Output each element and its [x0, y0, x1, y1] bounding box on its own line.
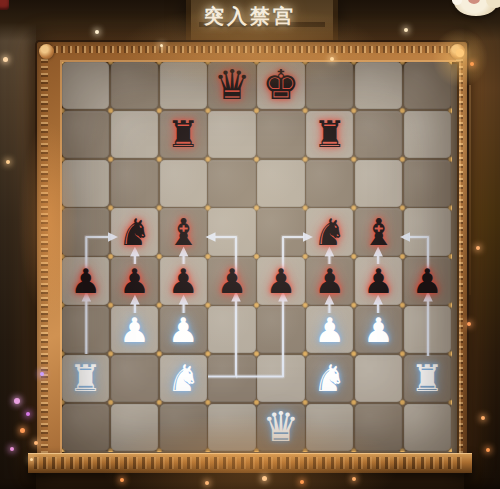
- square-g5[interactable]: ♝: [355, 208, 402, 255]
- square-f7[interactable]: ♜: [306, 111, 353, 158]
- square-h6[interactable]: [404, 160, 451, 207]
- square-f4[interactable]: ♟: [306, 257, 353, 304]
- white-pawn[interactable]: ♟: [363, 313, 393, 347]
- square-e3[interactable]: [257, 306, 304, 353]
- square-g3[interactable]: ♟: [355, 306, 402, 353]
- square-b8[interactable]: [111, 62, 158, 109]
- square-d4[interactable]: ♟: [208, 257, 255, 304]
- square-b5[interactable]: ♞: [111, 208, 158, 255]
- square-h4[interactable]: ♟: [404, 257, 451, 304]
- square-g7[interactable]: [355, 111, 402, 158]
- square-b2[interactable]: [111, 355, 158, 402]
- square-c3[interactable]: ♟: [160, 306, 207, 353]
- square-h2[interactable]: ♜: [404, 355, 451, 402]
- square-b1[interactable]: [111, 404, 158, 451]
- square-f6[interactable]: [306, 160, 353, 207]
- level-title: 突入禁宫: [0, 3, 500, 30]
- square-c4[interactable]: ♟: [160, 257, 207, 304]
- square-a6[interactable]: [62, 160, 109, 207]
- square-e1[interactable]: ♛: [257, 404, 304, 451]
- square-h7[interactable]: [404, 111, 451, 158]
- character-sprite: [444, 0, 500, 20]
- square-a1[interactable]: [62, 404, 109, 451]
- black-pawn[interactable]: ♟: [70, 264, 100, 298]
- square-c8[interactable]: [160, 62, 207, 109]
- square-c2[interactable]: ♞: [160, 355, 207, 402]
- game-screen: 突入禁宫 ♛♚♜♜♞♝♞♝♟♟♟♟♟♟♟♟♟♟♟♟♜♞♞♜♛: [0, 0, 500, 489]
- square-e5[interactable]: [257, 208, 304, 255]
- square-e4[interactable]: ♟: [257, 257, 304, 304]
- square-e6[interactable]: [257, 160, 304, 207]
- square-e7[interactable]: [257, 111, 304, 158]
- black-pawn[interactable]: ♟: [119, 264, 149, 298]
- black-pawn[interactable]: ♟: [217, 264, 247, 298]
- square-a8[interactable]: [62, 62, 109, 109]
- square-b4[interactable]: ♟: [111, 257, 158, 304]
- black-knight[interactable]: ♞: [118, 214, 151, 251]
- top-bar: 突入禁宫: [0, 0, 500, 41]
- square-f1[interactable]: [306, 404, 353, 451]
- square-c5[interactable]: ♝: [160, 208, 207, 255]
- square-c6[interactable]: [160, 160, 207, 207]
- black-knight[interactable]: ♞: [313, 214, 346, 251]
- white-knight[interactable]: ♞: [167, 360, 200, 397]
- square-h5[interactable]: [404, 208, 451, 255]
- square-g2[interactable]: [355, 355, 402, 402]
- square-b6[interactable]: [111, 160, 158, 207]
- white-pawn[interactable]: ♟: [168, 313, 198, 347]
- square-d8[interactable]: ♛: [208, 62, 255, 109]
- white-rook[interactable]: ♜: [411, 360, 444, 397]
- black-pawn[interactable]: ♟: [266, 264, 296, 298]
- square-a4[interactable]: ♟: [62, 257, 109, 304]
- square-b3[interactable]: ♟: [111, 306, 158, 353]
- black-pawn[interactable]: ♟: [168, 264, 198, 298]
- frame-molding-left: [41, 52, 48, 462]
- background-wall-right: [464, 0, 500, 489]
- black-bishop[interactable]: ♝: [167, 214, 200, 251]
- square-d2[interactable]: [208, 355, 255, 402]
- ui-fragment-top-left: [0, 0, 9, 10]
- black-rook[interactable]: ♜: [167, 116, 200, 153]
- black-pawn[interactable]: ♟: [363, 264, 393, 298]
- frame-rosette-icon: [450, 44, 465, 59]
- square-f8[interactable]: [306, 62, 353, 109]
- square-e8[interactable]: ♚: [257, 62, 304, 109]
- black-pawn[interactable]: ♟: [314, 264, 344, 298]
- square-a3[interactable]: [62, 306, 109, 353]
- square-c7[interactable]: ♜: [160, 111, 207, 158]
- square-h3[interactable]: [404, 306, 451, 353]
- square-g4[interactable]: ♟: [355, 257, 402, 304]
- square-g1[interactable]: [355, 404, 402, 451]
- black-pawn[interactable]: ♟: [412, 264, 442, 298]
- square-g6[interactable]: [355, 160, 402, 207]
- square-d6[interactable]: [208, 160, 255, 207]
- square-d1[interactable]: [208, 404, 255, 451]
- background-wall-left: [0, 0, 36, 489]
- frame-pedestal: [28, 453, 472, 473]
- square-h8[interactable]: [404, 62, 451, 109]
- black-rook[interactable]: ♜: [313, 116, 346, 153]
- square-a2[interactable]: ♜: [62, 355, 109, 402]
- square-h1[interactable]: [404, 404, 451, 451]
- square-d3[interactable]: [208, 306, 255, 353]
- square-d5[interactable]: [208, 208, 255, 255]
- square-a5[interactable]: [62, 208, 109, 255]
- square-c1[interactable]: [160, 404, 207, 451]
- frame-molding-top: [47, 46, 457, 53]
- black-king[interactable]: ♚: [263, 65, 300, 106]
- square-e2[interactable]: [257, 355, 304, 402]
- square-g8[interactable]: [355, 62, 402, 109]
- white-pawn[interactable]: ♟: [314, 313, 344, 347]
- white-knight[interactable]: ♞: [313, 360, 346, 397]
- white-pawn[interactable]: ♟: [119, 313, 149, 347]
- frame-rosette-icon: [39, 44, 54, 59]
- black-queen[interactable]: ♛: [214, 65, 251, 106]
- square-b7[interactable]: [111, 111, 158, 158]
- square-f5[interactable]: ♞: [306, 208, 353, 255]
- square-f3[interactable]: ♟: [306, 306, 353, 353]
- white-queen[interactable]: ♛: [263, 407, 300, 448]
- square-f2[interactable]: ♞: [306, 355, 353, 402]
- square-d7[interactable]: [208, 111, 255, 158]
- square-a7[interactable]: [62, 111, 109, 158]
- chess-board: ♛♚♜♜♞♝♞♝♟♟♟♟♟♟♟♟♟♟♟♟♜♞♞♜♛: [62, 62, 451, 451]
- white-rook[interactable]: ♜: [69, 360, 102, 397]
- black-bishop[interactable]: ♝: [362, 214, 395, 251]
